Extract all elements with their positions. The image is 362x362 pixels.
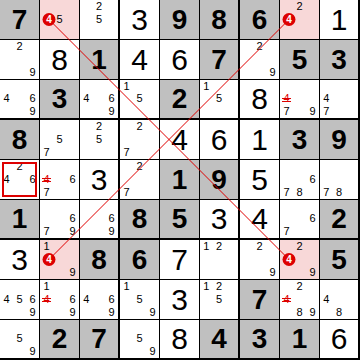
solved-digit: 8	[160, 320, 199, 358]
candidate-6: 6	[26, 93, 39, 106]
candidate-5: 5	[133, 93, 146, 106]
candidate-7: 7	[40, 225, 53, 238]
given-digit: 5	[160, 200, 199, 238]
cell-r5c8[interactable]: 678	[280, 160, 320, 200]
given-digit: 9	[320, 120, 358, 159]
cell-r2c9[interactable]: 3	[320, 40, 360, 80]
pencil-marks: 67	[280, 200, 319, 238]
cell-r5c3[interactable]: 3	[80, 160, 120, 200]
candidate-4: 4	[280, 253, 293, 266]
cell-r6c5[interactable]: 5	[160, 200, 200, 240]
cell-r4c2[interactable]: 57	[40, 120, 80, 160]
given-digit: 4	[200, 320, 238, 358]
given-digit: 7	[80, 320, 118, 358]
cell-r9c8[interactable]: 1	[280, 320, 320, 360]
candidate-5: 5	[93, 133, 106, 146]
cell-r8c5[interactable]: 3	[160, 280, 200, 320]
cell-r4c1[interactable]: 8	[0, 120, 40, 160]
pencil-marks: 4569	[0, 280, 39, 319]
given-digit: 1	[280, 320, 319, 358]
cell-r2c7[interactable]: 29	[240, 40, 280, 80]
pencil-marks: 15	[200, 80, 238, 118]
pencil-marks: 27	[120, 160, 159, 199]
candidate-6: 6	[105, 213, 118, 226]
candidate-6: 6	[26, 293, 39, 306]
given-digit: 8	[120, 200, 159, 238]
candidate-5: 5	[53, 13, 66, 26]
candidate-4: 4	[40, 253, 53, 266]
given-digit: 3	[320, 40, 358, 79]
given-digit: 6	[120, 240, 159, 279]
cell-r6c1[interactable]: 1	[0, 200, 40, 240]
cell-r6c4[interactable]: 8	[120, 200, 160, 240]
cell-r2c8[interactable]: 5	[280, 40, 320, 80]
pencil-marks: 679	[40, 200, 79, 238]
cell-r8c6[interactable]: 125	[200, 280, 240, 320]
candidate-1: 1	[40, 240, 53, 253]
candidate-1: 1	[40, 280, 53, 293]
pencil-marks: 15	[120, 80, 159, 118]
cell-r5c2[interactable]: 467	[40, 160, 80, 200]
pencil-marks: 149	[40, 240, 79, 279]
candidate-4: 4	[320, 93, 333, 106]
cell-r8c9[interactable]: 48	[320, 280, 360, 320]
cell-r9c7[interactable]: 3	[240, 320, 280, 360]
candidate-7: 7	[320, 186, 333, 199]
cell-r4c3[interactable]: 25	[80, 120, 120, 160]
cell-r7c1[interactable]: 3	[0, 240, 40, 280]
cell-r5c1[interactable]: 246	[0, 160, 40, 200]
pencil-marks: 467	[40, 160, 79, 199]
pencil-marks: 479	[280, 80, 319, 118]
candidate-5: 5	[13, 293, 26, 306]
pencil-marks: 57	[40, 120, 79, 159]
candidate-6: 6	[66, 293, 79, 306]
candidate-7: 7	[280, 186, 293, 199]
candidate-6: 6	[306, 213, 319, 226]
pencil-marks: 469	[80, 280, 118, 319]
candidate-9: 9	[105, 225, 118, 238]
cell-r5c4[interactable]: 27	[120, 160, 160, 200]
solved-digit: 3	[0, 240, 39, 279]
cell-r4c5[interactable]: 4	[160, 120, 200, 160]
given-digit: 8	[200, 0, 238, 39]
candidate-6: 6	[66, 213, 79, 226]
given-digit: 7	[240, 280, 279, 319]
candidate-9: 9	[66, 225, 79, 238]
cell-r1c6[interactable]: 8	[200, 0, 240, 40]
pencil-marks: 29	[240, 240, 279, 279]
candidate-4-eliminated: 4	[40, 293, 53, 306]
cell-r2c4[interactable]: 4	[120, 40, 160, 80]
pencil-marks: 469	[0, 80, 39, 118]
candidate-6: 6	[105, 93, 118, 106]
cell-r2c3[interactable]: 1	[80, 40, 120, 80]
cell-r2c2[interactable]: 8	[40, 40, 80, 80]
candidate-1: 1	[200, 280, 213, 293]
given-digit: 7	[200, 40, 238, 79]
candidate-7: 7	[320, 105, 333, 118]
pencil-marks: 24	[280, 0, 319, 39]
solved-digit: 3	[200, 200, 238, 238]
candidate-9: 9	[266, 66, 279, 79]
cell-r7c9[interactable]: 5	[320, 240, 360, 280]
candidate-9: 9	[306, 266, 319, 279]
pencil-marks: 25	[80, 0, 118, 39]
candidate-9: 9	[266, 266, 279, 279]
candidate-4-eliminated: 4	[40, 173, 53, 186]
cell-r1c9[interactable]: 1	[320, 0, 360, 40]
solved-digit: 3	[120, 0, 159, 39]
candidate-2: 2	[13, 40, 26, 53]
candidate-5: 5	[213, 93, 226, 106]
pencil-marks: 159	[120, 280, 159, 319]
given-digit: 9	[200, 160, 238, 199]
candidate-4: 4	[0, 93, 13, 106]
cell-r9c3[interactable]: 7	[80, 320, 120, 360]
solved-digit: 6	[200, 120, 238, 159]
candidate-9: 9	[306, 306, 319, 319]
given-digit: 2	[160, 80, 199, 118]
cell-r5c6[interactable]: 9	[200, 160, 240, 200]
solved-digit: 3	[80, 160, 118, 199]
candidate-9: 9	[146, 345, 159, 358]
given-digit: 3	[240, 320, 279, 358]
candidate-2: 2	[213, 240, 226, 253]
pencil-marks: 125	[200, 280, 238, 319]
cell-r4c9[interactable]: 9	[320, 120, 360, 160]
cell-r7c3[interactable]: 8	[80, 240, 120, 280]
pencil-marks: 27	[120, 120, 159, 159]
pencil-marks: 469	[80, 80, 118, 118]
candidate-9: 9	[105, 105, 118, 118]
cell-r9c4[interactable]: 59	[120, 320, 160, 360]
cell-r3c5[interactable]: 2	[160, 80, 200, 120]
sudoku-board: 7452539862412981467295346934691521584794…	[0, 0, 360, 360]
candidate-7: 7	[280, 105, 293, 118]
candidate-9: 9	[306, 105, 319, 118]
candidate-9: 9	[26, 345, 39, 358]
cell-r3c3[interactable]: 469	[80, 80, 120, 120]
pencil-marks: 246	[0, 160, 39, 199]
candidate-9: 9	[26, 66, 39, 79]
candidate-2: 2	[293, 280, 306, 293]
cell-r1c8[interactable]: 24	[280, 0, 320, 40]
cell-r1c3[interactable]: 25	[80, 0, 120, 40]
given-digit: 1	[160, 160, 199, 199]
cell-r7c2[interactable]: 149	[40, 240, 80, 280]
given-digit: 1	[0, 200, 39, 238]
candidate-4: 4	[320, 293, 333, 306]
candidate-1: 1	[120, 280, 133, 293]
given-digit: 2	[40, 320, 79, 358]
candidate-2: 2	[133, 160, 146, 173]
cell-r5c5[interactable]: 1	[160, 160, 200, 200]
solved-digit: 8	[240, 80, 279, 118]
pencil-marks: 45	[40, 0, 79, 39]
candidate-9: 9	[105, 306, 118, 319]
solved-digit: 6	[160, 40, 199, 79]
candidate-2: 2	[253, 40, 266, 53]
candidate-6: 6	[66, 173, 79, 186]
candidate-5: 5	[133, 293, 146, 306]
given-digit: 6	[240, 0, 279, 39]
cell-r7c4[interactable]: 6	[120, 240, 160, 280]
cell-r2c1[interactable]: 29	[0, 40, 40, 80]
candidate-2: 2	[13, 160, 26, 173]
pencil-marks: 29	[0, 40, 39, 79]
solved-digit: 1	[240, 120, 279, 159]
cell-r1c4[interactable]: 3	[120, 0, 160, 40]
candidate-4: 4	[80, 293, 93, 306]
candidate-1: 1	[120, 80, 133, 93]
cell-r8c1[interactable]: 4569	[0, 280, 40, 320]
given-digit: 1	[80, 40, 118, 79]
cell-r3c7[interactable]: 8	[240, 80, 280, 120]
candidate-9: 9	[66, 306, 79, 319]
candidate-6: 6	[26, 173, 39, 186]
cell-r1c1[interactable]: 7	[0, 0, 40, 40]
candidate-2: 2	[93, 0, 106, 13]
pencil-marks: 59	[0, 320, 39, 358]
cell-r4c4[interactable]: 27	[120, 120, 160, 160]
candidate-8: 8	[293, 306, 306, 319]
given-digit: 3	[280, 120, 319, 159]
cell-r6c2[interactable]: 679	[40, 200, 80, 240]
candidate-8: 8	[293, 186, 306, 199]
candidate-5: 5	[13, 333, 26, 346]
cell-r6c7[interactable]: 4	[240, 200, 280, 240]
pencil-marks: 59	[120, 320, 159, 358]
cell-r2c5[interactable]: 6	[160, 40, 200, 80]
cell-r3c9[interactable]: 47	[320, 80, 360, 120]
cell-r1c5[interactable]: 9	[160, 0, 200, 40]
candidate-5: 5	[213, 293, 226, 306]
candidate-4: 4	[0, 173, 13, 186]
candidate-4: 4	[80, 93, 93, 106]
cell-r6c8[interactable]: 67	[280, 200, 320, 240]
candidate-6: 6	[105, 293, 118, 306]
candidate-9: 9	[26, 105, 39, 118]
cell-r9c1[interactable]: 59	[0, 320, 40, 360]
solved-digit: 5	[240, 160, 279, 199]
cell-r2c6[interactable]: 7	[200, 40, 240, 80]
candidate-4-eliminated: 4	[280, 93, 293, 106]
given-digit: 2	[320, 200, 358, 238]
candidate-7: 7	[120, 186, 133, 199]
pencil-marks: 25	[80, 120, 118, 159]
cell-r5c7[interactable]: 5	[240, 160, 280, 200]
candidate-2: 2	[133, 120, 146, 133]
cell-r7c6[interactable]: 12	[200, 240, 240, 280]
candidate-5: 5	[53, 133, 66, 146]
given-digit: 3	[40, 80, 79, 118]
pencil-marks: 249	[280, 240, 319, 279]
candidate-7: 7	[40, 186, 53, 199]
cell-r3c8[interactable]: 479	[280, 80, 320, 120]
cell-r8c3[interactable]: 469	[80, 280, 120, 320]
cell-r4c8[interactable]: 3	[280, 120, 320, 160]
cell-r8c8[interactable]: 2489	[280, 280, 320, 320]
given-digit: 9	[160, 0, 199, 39]
candidate-9: 9	[66, 266, 79, 279]
candidate-4-eliminated: 4	[280, 293, 293, 306]
cell-r9c9[interactable]: 6	[320, 320, 360, 360]
pencil-marks: 78	[320, 160, 358, 199]
pencil-marks: 29	[240, 40, 279, 79]
candidate-9: 9	[26, 306, 39, 319]
cell-r8c2[interactable]: 1469	[40, 280, 80, 320]
cell-r4c6[interactable]: 6	[200, 120, 240, 160]
candidate-2: 2	[293, 240, 306, 253]
solved-digit: 3	[160, 280, 199, 319]
cell-r1c7[interactable]: 6	[240, 0, 280, 40]
solved-digit: 8	[40, 40, 79, 79]
candidate-7: 7	[120, 146, 133, 159]
candidate-8: 8	[333, 306, 346, 319]
cell-r8c7[interactable]: 7	[240, 280, 280, 320]
candidate-2: 2	[213, 280, 226, 293]
cell-r7c7[interactable]: 29	[240, 240, 280, 280]
cell-r6c9[interactable]: 2	[320, 200, 360, 240]
candidate-7: 7	[40, 146, 53, 159]
candidate-2: 2	[293, 0, 306, 13]
pencil-marks: 678	[280, 160, 319, 199]
candidate-4: 4	[0, 293, 13, 306]
pencil-marks: 47	[320, 80, 358, 118]
cell-r3c1[interactable]: 469	[0, 80, 40, 120]
given-digit: 8	[80, 240, 118, 279]
cell-r3c6[interactable]: 15	[200, 80, 240, 120]
candidate-2: 2	[93, 120, 106, 133]
pencil-marks: 69	[80, 200, 118, 238]
cell-r9c2[interactable]: 2	[40, 320, 80, 360]
candidate-1: 1	[200, 80, 213, 93]
cell-r3c2[interactable]: 3	[40, 80, 80, 120]
cell-r6c3[interactable]: 69	[80, 200, 120, 240]
solved-digit: 4	[120, 40, 159, 79]
cell-r5c9[interactable]: 78	[320, 160, 360, 200]
given-digit: 7	[0, 0, 39, 39]
solved-digit: 7	[160, 240, 199, 279]
cell-r9c5[interactable]: 8	[160, 320, 200, 360]
solved-digit: 4	[160, 120, 199, 159]
candidate-5: 5	[93, 13, 106, 26]
given-digit: 8	[0, 120, 39, 159]
candidate-7: 7	[280, 225, 293, 238]
cell-r7c5[interactable]: 7	[160, 240, 200, 280]
cell-r6c6[interactable]: 3	[200, 200, 240, 240]
given-digit: 5	[320, 240, 358, 279]
cell-r8c4[interactable]: 159	[120, 280, 160, 320]
candidate-2: 2	[253, 240, 266, 253]
cell-r9c6[interactable]: 4	[200, 320, 240, 360]
candidate-4: 4	[40, 13, 53, 26]
candidate-8: 8	[333, 186, 346, 199]
solved-digit: 6	[320, 320, 358, 358]
candidate-4: 4	[280, 13, 293, 26]
given-digit: 5	[280, 40, 319, 79]
solved-digit: 4	[240, 200, 279, 238]
cell-r7c8[interactable]: 249	[280, 240, 320, 280]
candidate-9: 9	[146, 306, 159, 319]
cell-r1c2[interactable]: 45	[40, 0, 80, 40]
cell-r4c7[interactable]: 1	[240, 120, 280, 160]
solved-digit: 1	[320, 0, 358, 39]
candidate-5: 5	[133, 333, 146, 346]
sudoku-grid: 7452539862412981467295346934691521584794…	[0, 0, 360, 360]
pencil-marks: 1469	[40, 280, 79, 319]
pencil-marks: 12	[200, 240, 238, 279]
candidate-1: 1	[200, 240, 213, 253]
pencil-marks: 48	[320, 280, 358, 319]
candidate-6: 6	[306, 173, 319, 186]
pencil-marks: 2489	[280, 280, 319, 319]
cell-r3c4[interactable]: 15	[120, 80, 160, 120]
